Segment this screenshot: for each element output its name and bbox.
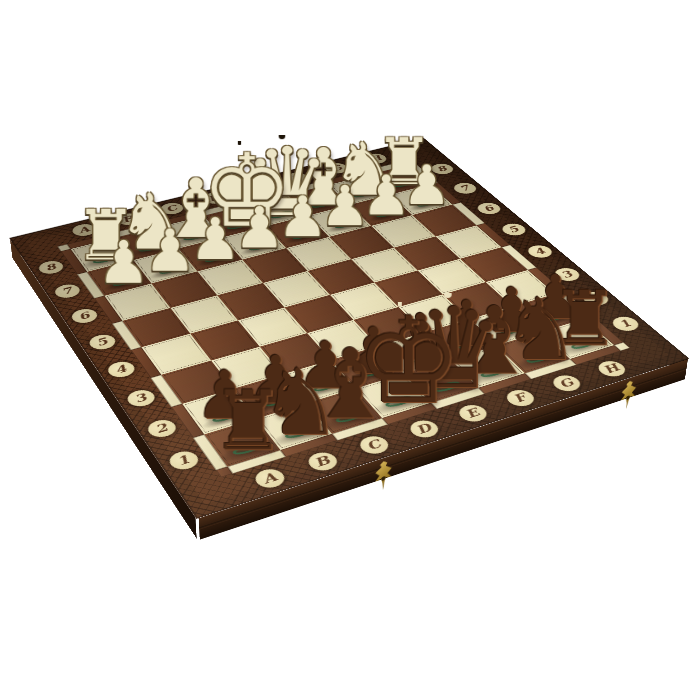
contrast-finial-icon [398, 295, 401, 307]
brass-clasp-icon [619, 378, 638, 411]
chess-board: AA11BB22CC33DD44EE55FF66GG77HH88 ♜♞♝♚♛♝♞… [9, 138, 689, 519]
brass-clasp-icon [374, 458, 393, 493]
contrast-finial-icon [238, 135, 241, 145]
photo-white-background: AA11BB22CC33DD44EE55FF66GG77HH88 ♜♞♝♚♛♝♞… [0, 0, 700, 700]
